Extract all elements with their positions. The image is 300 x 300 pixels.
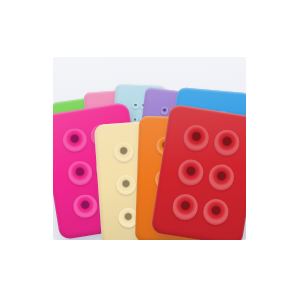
donut-cavity: [160, 106, 168, 114]
donut-cavity: [115, 174, 136, 195]
donut-cavity: [212, 128, 241, 157]
donut-cavity: [72, 193, 99, 220]
donut-cavity: [182, 124, 211, 153]
donut-cavity: [177, 158, 206, 187]
donut-cavity: [201, 197, 230, 226]
product-image: [0, 0, 300, 300]
donut-cavity: [61, 127, 88, 154]
donut-cavity: [113, 141, 134, 162]
donut-cavity: [171, 193, 200, 222]
photo-backdrop: [53, 57, 246, 240]
donut-cavity: [67, 160, 94, 187]
donut-cavity: [132, 102, 139, 109]
donut-cavity: [207, 163, 236, 192]
